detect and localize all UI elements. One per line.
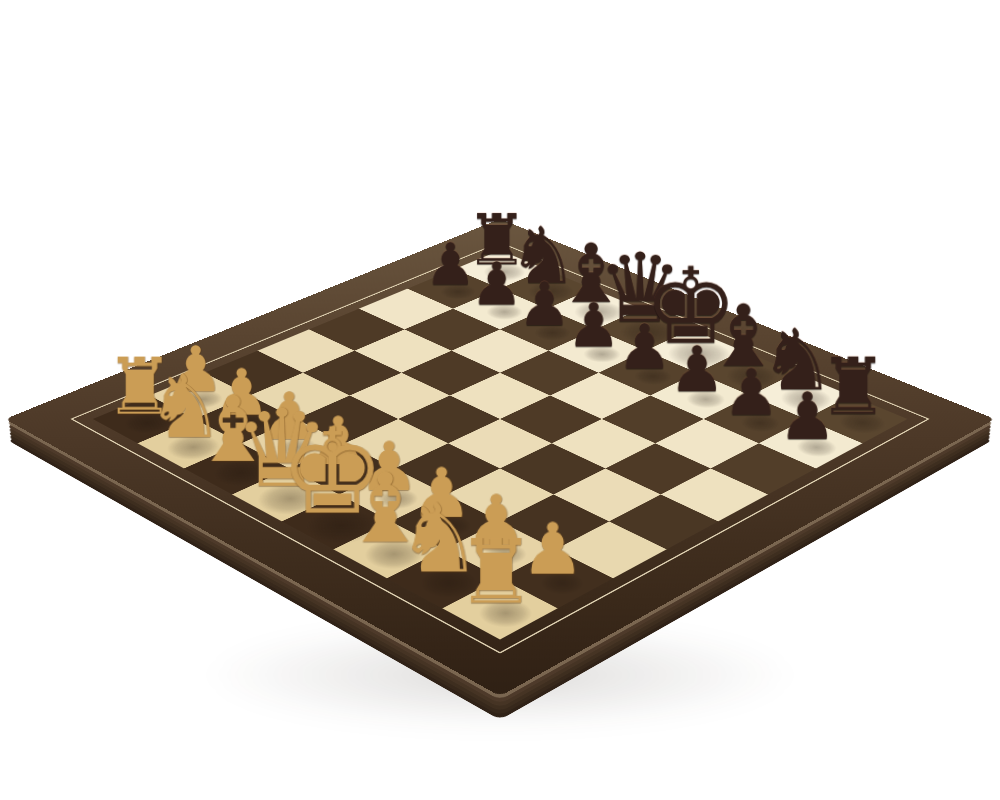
black-pawn-glyph: ♟ [617, 316, 673, 378]
black-pawn-glyph: ♟ [424, 235, 476, 293]
black-pawn-glyph: ♟ [723, 360, 780, 424]
chess-board: ♜♞♝♛♚♝♞♜♟♟♟♟♟♟♟♟♟♟♟♟♟♟♟♟♜♞♝♛♚♝♞♜ [5, 219, 995, 696]
white-rook-glyph: ♜ [456, 527, 535, 615]
board-border: ♜♞♝♛♚♝♞♜♟♟♟♟♟♟♟♟♟♟♟♟♟♟♟♟♜♞♝♛♚♝♞♜ [5, 219, 995, 696]
black-pawn-glyph: ♟ [566, 295, 621, 356]
black-pawn-glyph: ♟ [470, 254, 523, 313]
black-pawn-glyph: ♟ [778, 384, 836, 449]
black-pawn-glyph: ♟ [669, 338, 725, 401]
pieces-layer: ♜♞♝♛♚♝♞♜♟♟♟♟♟♟♟♟♟♟♟♟♟♟♟♟♜♞♝♛♚♝♞♜ [93, 250, 908, 639]
scene-3d: ♜♞♝♛♚♝♞♜♟♟♟♟♟♟♟♟♟♟♟♟♟♟♟♟♜♞♝♛♚♝♞♜ [0, 0, 1000, 800]
product-photo-stage: ♜♞♝♛♚♝♞♜♟♟♟♟♟♟♟♟♟♟♟♟♟♟♟♟♜♞♝♛♚♝♞♜ [0, 0, 1000, 800]
black-pawn-glyph: ♟ [518, 274, 572, 334]
